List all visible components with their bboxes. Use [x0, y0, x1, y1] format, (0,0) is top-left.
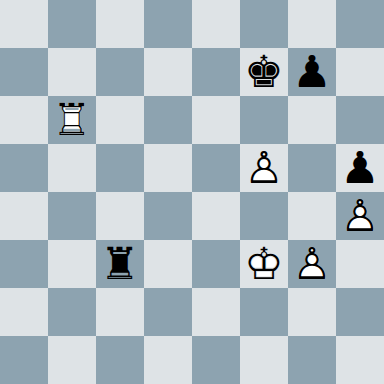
white-rook-fill: ♜: [48, 96, 96, 144]
square-g3[interactable]: ♟♙: [288, 240, 336, 288]
white-pawn: ♟♙: [336, 192, 384, 240]
square-a8[interactable]: [0, 0, 48, 48]
white-king-glyph: ♔: [240, 240, 288, 288]
black-king-glyph: ♚: [240, 48, 288, 96]
square-h8[interactable]: [336, 0, 384, 48]
square-b7[interactable]: [48, 48, 96, 96]
square-a6[interactable]: [0, 96, 48, 144]
black-pawn-glyph: ♟: [288, 48, 336, 96]
square-d8[interactable]: [144, 0, 192, 48]
square-a7[interactable]: [0, 48, 48, 96]
white-pawn-fill: ♟: [240, 144, 288, 192]
square-h7[interactable]: [336, 48, 384, 96]
square-d3[interactable]: [144, 240, 192, 288]
square-c8[interactable]: [96, 0, 144, 48]
square-c7[interactable]: [96, 48, 144, 96]
white-rook-glyph: ♖: [48, 96, 96, 144]
square-d7[interactable]: [144, 48, 192, 96]
square-a1[interactable]: [0, 336, 48, 384]
square-g4[interactable]: [288, 192, 336, 240]
square-e6[interactable]: [192, 96, 240, 144]
square-d5[interactable]: [144, 144, 192, 192]
square-h1[interactable]: [336, 336, 384, 384]
square-a4[interactable]: [0, 192, 48, 240]
square-a5[interactable]: [0, 144, 48, 192]
white-pawn-fill: ♟: [336, 192, 384, 240]
black-pawn: ♟: [336, 144, 384, 192]
square-e7[interactable]: [192, 48, 240, 96]
square-e3[interactable]: [192, 240, 240, 288]
square-f7[interactable]: ♚: [240, 48, 288, 96]
white-king-fill: ♚: [240, 240, 288, 288]
square-c6[interactable]: [96, 96, 144, 144]
white-pawn-glyph: ♙: [288, 240, 336, 288]
white-king: ♚♔: [240, 240, 288, 288]
white-rook: ♜♖: [48, 96, 96, 144]
square-g6[interactable]: [288, 96, 336, 144]
square-f1[interactable]: [240, 336, 288, 384]
square-b2[interactable]: [48, 288, 96, 336]
square-c1[interactable]: [96, 336, 144, 384]
square-b8[interactable]: [48, 0, 96, 48]
square-c4[interactable]: [96, 192, 144, 240]
square-f5[interactable]: ♟♙: [240, 144, 288, 192]
black-rook-glyph: ♜: [96, 240, 144, 288]
square-c5[interactable]: [96, 144, 144, 192]
square-b4[interactable]: [48, 192, 96, 240]
square-d1[interactable]: [144, 336, 192, 384]
square-d4[interactable]: [144, 192, 192, 240]
square-e8[interactable]: [192, 0, 240, 48]
square-f6[interactable]: [240, 96, 288, 144]
square-c3[interactable]: ♜: [96, 240, 144, 288]
black-pawn: ♟: [288, 48, 336, 96]
square-g5[interactable]: [288, 144, 336, 192]
square-a3[interactable]: [0, 240, 48, 288]
square-g7[interactable]: ♟: [288, 48, 336, 96]
square-h6[interactable]: [336, 96, 384, 144]
square-b6[interactable]: ♜♖: [48, 96, 96, 144]
square-e4[interactable]: [192, 192, 240, 240]
square-f3[interactable]: ♚♔: [240, 240, 288, 288]
white-pawn-glyph: ♙: [336, 192, 384, 240]
square-d6[interactable]: [144, 96, 192, 144]
white-pawn: ♟♙: [288, 240, 336, 288]
square-g1[interactable]: [288, 336, 336, 384]
white-pawn-fill: ♟: [288, 240, 336, 288]
square-a2[interactable]: [0, 288, 48, 336]
square-h5[interactable]: ♟: [336, 144, 384, 192]
square-g8[interactable]: [288, 0, 336, 48]
black-rook: ♜: [96, 240, 144, 288]
black-king: ♚: [240, 48, 288, 96]
white-pawn: ♟♙: [240, 144, 288, 192]
square-b1[interactable]: [48, 336, 96, 384]
white-pawn-glyph: ♙: [240, 144, 288, 192]
square-b3[interactable]: [48, 240, 96, 288]
square-e5[interactable]: [192, 144, 240, 192]
square-d2[interactable]: [144, 288, 192, 336]
square-f8[interactable]: [240, 0, 288, 48]
square-e2[interactable]: [192, 288, 240, 336]
square-c2[interactable]: [96, 288, 144, 336]
square-h4[interactable]: ♟♙: [336, 192, 384, 240]
square-b5[interactable]: [48, 144, 96, 192]
black-pawn-glyph: ♟: [336, 144, 384, 192]
square-f2[interactable]: [240, 288, 288, 336]
square-f4[interactable]: [240, 192, 288, 240]
square-e1[interactable]: [192, 336, 240, 384]
square-h3[interactable]: [336, 240, 384, 288]
square-h2[interactable]: [336, 288, 384, 336]
chess-board: ♚♟♜♖♟♙♟♟♙♜♚♔♟♙: [0, 0, 384, 384]
square-g2[interactable]: [288, 288, 336, 336]
